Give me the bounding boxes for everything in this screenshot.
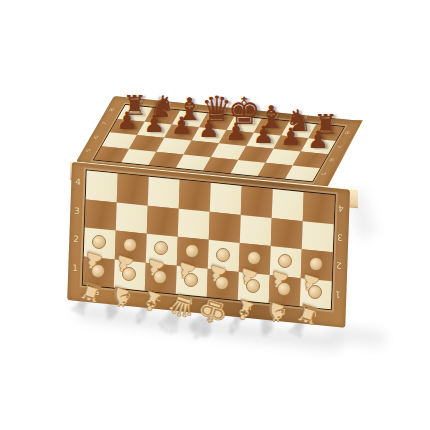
magnetic-base-h1 [308,285,322,299]
square-e4[interactable] [210,183,242,215]
square-c3[interactable] [147,205,179,237]
piece-dark-pawn-e7[interactable]: ♟ [225,120,247,144]
coordinate-label-6: 6 [327,158,334,162]
piece-dark-pawn-f7[interactable]: ♟ [253,123,275,147]
magnetic-base-e2 [216,248,230,262]
square-a3[interactable] [85,199,117,231]
coordinate-label-3: 3 [337,232,343,241]
coordinate-label-8: 8 [343,131,350,135]
square-b4[interactable] [117,174,149,206]
square-f3[interactable] [240,214,272,246]
square-h4[interactable] [303,192,335,224]
magnetic-base-g1 [277,282,291,296]
piece-dark-pawn-g7[interactable]: ♟ [280,125,302,149]
square-g4[interactable] [272,189,304,221]
coordinate-label-3: 3 [74,206,80,215]
square-h5[interactable] [285,165,320,181]
piece-dark-pawn-d7[interactable]: ♟ [198,117,220,141]
coordinate-label-5: 5 [319,172,326,176]
magnetic-base-f2 [247,251,261,265]
coordinate-label-2: 2 [73,235,79,244]
coordinate-label-7: 7 [101,121,108,125]
piece-dark-pawn-b7[interactable]: ♟ [144,112,166,136]
square-g3[interactable] [271,218,303,250]
piece-dark-pawn-h7[interactable]: ♟ [307,128,329,152]
magnetic-base-f1 [246,279,260,293]
magnetic-base-c2 [154,241,168,255]
magnetic-base-g2 [278,254,292,268]
coordinate-label-8: 8 [109,108,116,112]
square-d4[interactable] [179,180,211,212]
piece-dark-pawn-c7[interactable]: ♟ [171,114,193,138]
square-d3[interactable] [178,208,210,240]
magnetic-base-d1 [184,273,198,287]
magnetic-base-e1 [215,276,229,290]
coordinate-label-1: 1 [335,289,341,298]
coordinate-label-4: 4 [338,204,344,213]
magnetic-base-b1 [122,267,136,281]
square-h3[interactable] [302,221,334,253]
square-b3[interactable] [116,202,148,234]
magnetic-base-d2 [185,244,199,258]
square-e3[interactable] [209,211,241,243]
magnetic-base-a1 [91,264,105,278]
coordinate-label-1: 1 [72,263,78,272]
chess-set-product-photo: 87655678abcdefgh 43214321abcdefgh ♜♞♝♛♚♝… [0,0,430,430]
coordinate-label-5: 5 [85,148,92,152]
square-c4[interactable] [148,177,180,209]
coordinate-label-6: 6 [93,135,100,139]
magnetic-base-h2 [309,257,323,271]
coordinate-label-2: 2 [336,261,342,270]
square-a4[interactable] [86,170,118,202]
coordinate-label-7: 7 [335,144,342,148]
square-f4[interactable] [241,186,273,218]
magnetic-base-c1 [153,270,167,284]
magnetic-base-b2 [123,238,137,252]
coordinate-label-4: 4 [75,178,81,187]
magnetic-base-a2 [92,235,106,249]
piece-dark-pawn-a7[interactable]: ♟ [116,109,138,133]
